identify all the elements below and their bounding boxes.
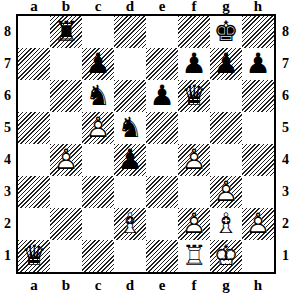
white-pawn-icon: ♙ [210,176,242,208]
file-label-bottom-f: f [178,275,210,295]
white-pawn-icon: ♙ [242,208,274,240]
square-a5[interactable] [18,112,50,144]
piece-black-king-g8[interactable]: ♚ [210,16,242,48]
square-g5[interactable] [210,112,242,144]
square-a6[interactable] [18,80,50,112]
piece-white-pawn-f4[interactable]: ♟♙ [178,144,210,176]
file-label-bottom-b: b [50,275,82,295]
white-pawn-icon: ♙ [178,208,210,240]
square-d1[interactable] [114,240,146,272]
file-label-bottom-d: d [114,275,146,295]
square-c3[interactable] [82,176,114,208]
square-b3[interactable] [50,176,82,208]
square-e3[interactable] [146,176,178,208]
square-g3[interactable]: ♟♙ [210,176,242,208]
square-e7[interactable] [146,48,178,80]
square-c8[interactable] [82,16,114,48]
file-label-bottom-c: c [82,275,114,295]
rank-label-left-8: 8 [0,16,15,48]
square-c5[interactable]: ♟♙ [82,112,114,144]
square-b8[interactable]: ♜ [50,16,82,48]
square-d7[interactable] [114,48,146,80]
rank-label-right-7: 7 [277,48,294,80]
square-h5[interactable] [242,112,274,144]
square-a8[interactable] [18,16,50,48]
square-b2[interactable] [50,208,82,240]
square-h4[interactable] [242,144,274,176]
square-f5[interactable] [178,112,210,144]
square-a3[interactable] [18,176,50,208]
square-e2[interactable] [146,208,178,240]
black-knight-icon: ♞ [82,80,114,112]
square-a4[interactable] [18,144,50,176]
square-h7[interactable]: ♟ [242,48,274,80]
piece-white-pawn-c5[interactable]: ♟♙ [82,112,114,144]
square-h8[interactable] [242,16,274,48]
square-g2[interactable]: ♝♗ [210,208,242,240]
piece-black-pawn-g7[interactable]: ♟ [210,48,242,80]
rank-label-left-3: 3 [0,176,15,208]
square-e8[interactable] [146,16,178,48]
square-g7[interactable]: ♟ [210,48,242,80]
piece-black-pawn-e6[interactable]: ♟ [146,80,178,112]
piece-black-pawn-c7[interactable]: ♟ [82,48,114,80]
rank-label-left-5: 5 [0,112,15,144]
square-b7[interactable] [50,48,82,80]
piece-white-king-g1[interactable]: ♚♔ [210,240,242,272]
square-e1[interactable] [146,240,178,272]
square-f2[interactable]: ♟♙ [178,208,210,240]
square-c1[interactable] [82,240,114,272]
square-a2[interactable] [18,208,50,240]
square-c2[interactable] [82,208,114,240]
file-label-top-g: g [210,0,242,14]
chess-diagram: ♜♚♟♟♟♟♞♟♛♟♙♞♟♙♟♟♙♟♙♝♗♟♙♝♗♟♙♛♜♖♚♔ aabbccd… [0,0,295,295]
square-b6[interactable] [50,80,82,112]
square-a7[interactable] [18,48,50,80]
rank-label-left-6: 6 [0,80,15,112]
square-b5[interactable] [50,112,82,144]
square-d8[interactable] [114,16,146,48]
piece-white-pawn-g3[interactable]: ♟♙ [210,176,242,208]
black-pawn-icon: ♟ [114,144,146,176]
square-e4[interactable] [146,144,178,176]
black-rook-icon: ♜ [50,16,82,48]
rank-label-right-8: 8 [277,16,294,48]
square-f6[interactable]: ♛ [178,80,210,112]
white-pawn-icon: ♙ [82,112,114,144]
piece-black-knight-c6[interactable]: ♞ [82,80,114,112]
file-label-top-c: c [82,0,114,14]
square-g6[interactable] [210,80,242,112]
square-f7[interactable]: ♟ [178,48,210,80]
square-h2[interactable]: ♟♙ [242,208,274,240]
square-f3[interactable] [178,176,210,208]
piece-white-bishop-d2[interactable]: ♝♗ [114,208,146,240]
square-b4[interactable]: ♟♙ [50,144,82,176]
piece-black-queen-f6[interactable]: ♛ [178,80,210,112]
piece-black-pawn-f7[interactable]: ♟ [178,48,210,80]
file-label-top-a: a [18,0,50,14]
file-label-bottom-h: h [242,275,274,295]
rank-label-right-6: 6 [277,80,294,112]
rank-label-right-3: 3 [277,176,294,208]
rank-label-right-5: 5 [277,112,294,144]
black-queen-icon: ♛ [178,80,210,112]
square-c7[interactable]: ♟ [82,48,114,80]
black-queen-icon: ♛ [18,240,50,272]
square-b1[interactable] [50,240,82,272]
black-pawn-icon: ♟ [210,48,242,80]
square-d5[interactable]: ♞ [114,112,146,144]
white-bishop-icon: ♗ [114,208,146,240]
piece-black-pawn-h7[interactable]: ♟ [242,48,274,80]
piece-white-pawn-b4[interactable]: ♟♙ [50,144,82,176]
piece-black-queen-a1[interactable]: ♛ [18,240,50,272]
square-g8[interactable]: ♚ [210,16,242,48]
rank-label-right-2: 2 [277,208,294,240]
square-e5[interactable] [146,112,178,144]
square-f4[interactable]: ♟♙ [178,144,210,176]
file-label-top-b: b [50,0,82,14]
piece-black-knight-d5[interactable]: ♞ [114,112,146,144]
rank-label-left-1: 1 [0,240,15,272]
square-h3[interactable] [242,176,274,208]
square-f1[interactable]: ♜♖ [178,240,210,272]
rank-label-left-2: 2 [0,208,15,240]
white-pawn-icon: ♙ [50,144,82,176]
rank-label-right-4: 4 [277,144,294,176]
chess-board: ♜♚♟♟♟♟♞♟♛♟♙♞♟♙♟♟♙♟♙♝♗♟♙♝♗♟♙♛♜♖♚♔ [16,14,276,274]
white-king-icon: ♔ [210,240,242,272]
black-pawn-icon: ♟ [242,48,274,80]
square-e6[interactable]: ♟ [146,80,178,112]
square-g1[interactable]: ♚♔ [210,240,242,272]
square-g4[interactable] [210,144,242,176]
square-f8[interactable] [178,16,210,48]
rank-label-left-7: 7 [0,48,15,80]
file-label-bottom-e: e [146,275,178,295]
file-label-top-d: d [114,0,146,14]
black-pawn-icon: ♟ [82,48,114,80]
black-king-icon: ♚ [210,16,242,48]
file-label-bottom-g: g [210,275,242,295]
white-bishop-icon: ♗ [210,208,242,240]
piece-black-rook-b8[interactable]: ♜ [50,16,82,48]
square-h1[interactable] [242,240,274,272]
file-label-top-h: h [242,0,274,14]
square-d4[interactable]: ♟ [114,144,146,176]
black-knight-icon: ♞ [114,112,146,144]
piece-white-pawn-h2[interactable]: ♟♙ [242,208,274,240]
black-pawn-icon: ♟ [178,48,210,80]
file-label-bottom-a: a [18,275,50,295]
piece-white-bishop-g2[interactable]: ♝♗ [210,208,242,240]
rank-label-right-1: 1 [277,240,294,272]
square-a1[interactable]: ♛ [18,240,50,272]
square-c6[interactable]: ♞ [82,80,114,112]
black-pawn-icon: ♟ [146,80,178,112]
white-pawn-icon: ♙ [178,144,210,176]
square-h6[interactable] [242,80,274,112]
square-d6[interactable] [114,80,146,112]
square-c4[interactable] [82,144,114,176]
file-label-top-f: f [178,0,210,14]
rank-label-left-4: 4 [0,144,15,176]
piece-white-rook-f1[interactable]: ♜♖ [178,240,210,272]
file-label-top-e: e [146,0,178,14]
square-d3[interactable] [114,176,146,208]
square-d2[interactable]: ♝♗ [114,208,146,240]
piece-white-pawn-f2[interactable]: ♟♙ [178,208,210,240]
piece-black-pawn-d4[interactable]: ♟ [114,144,146,176]
white-rook-icon: ♖ [178,240,210,272]
